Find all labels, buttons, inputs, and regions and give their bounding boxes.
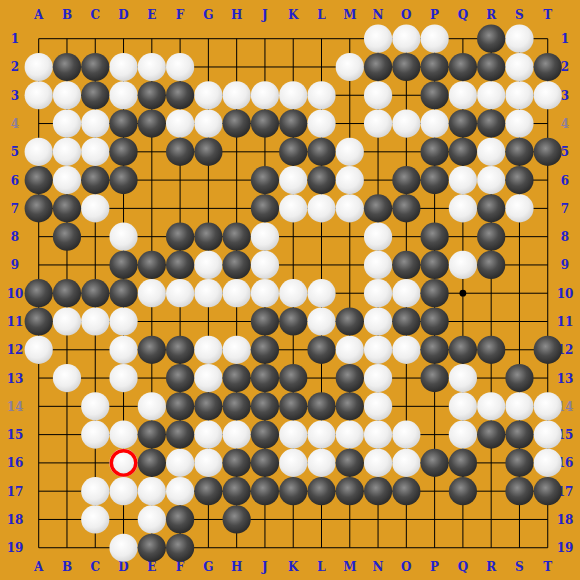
black-stone-q16 [449, 449, 477, 477]
white-stone-e14 [138, 392, 166, 420]
black-stone-s5 [505, 138, 533, 166]
row-label-right-18: 18 [557, 513, 574, 527]
black-stone-j17 [251, 477, 279, 505]
white-stone-d11 [109, 307, 137, 335]
black-stone-j13 [251, 364, 279, 392]
black-stone-a11 [25, 307, 53, 335]
white-stone-g9 [194, 251, 222, 279]
white-stone-d13 [109, 364, 137, 392]
white-stone-c7 [81, 194, 109, 222]
black-stone-l17 [307, 477, 335, 505]
black-stone-g14 [194, 392, 222, 420]
column-label-top-m: M [343, 8, 356, 22]
white-stone-l3 [307, 81, 335, 109]
black-stone-g17 [194, 477, 222, 505]
white-stone-f16 [166, 449, 194, 477]
black-stone-t12 [534, 336, 562, 364]
black-stone-g8 [194, 223, 222, 251]
black-stone-h18 [223, 505, 251, 533]
white-stone-n13 [364, 364, 392, 392]
white-stone-h3 [223, 81, 251, 109]
black-stone-g5 [194, 138, 222, 166]
black-stone-l5 [307, 138, 335, 166]
white-stone-o4 [392, 109, 420, 137]
white-stone-t16 [534, 449, 562, 477]
black-stone-m13 [336, 364, 364, 392]
white-stone-f4 [166, 109, 194, 137]
white-stone-n10 [364, 279, 392, 307]
go-game-screenshot: AABBCCDDEEFFGGHHJJKKLLMMNNOOPPQQRRSSTT11… [0, 0, 580, 580]
black-stone-r12 [477, 336, 505, 364]
white-stone-c18 [81, 505, 109, 533]
white-stone-k16 [279, 449, 307, 477]
black-stone-s17 [505, 477, 533, 505]
black-stone-k4 [279, 109, 307, 137]
black-stone-c6 [81, 166, 109, 194]
white-stone-j9 [251, 251, 279, 279]
row-label-right-9: 9 [561, 258, 569, 272]
black-stone-l12 [307, 336, 335, 364]
white-stone-j8 [251, 223, 279, 251]
black-stone-p10 [421, 279, 449, 307]
white-stone-e2 [138, 53, 166, 81]
row-label-right-6: 6 [561, 174, 569, 188]
white-stone-g12 [194, 336, 222, 364]
white-stone-q14 [449, 392, 477, 420]
column-label-top-h: H [231, 8, 242, 22]
black-stone-e9 [138, 251, 166, 279]
white-stone-c4 [81, 109, 109, 137]
black-stone-q4 [449, 109, 477, 137]
column-label-bottom-k: K [288, 560, 299, 574]
black-stone-r4 [477, 109, 505, 137]
white-stone-a12 [25, 336, 53, 364]
row-label-right-2: 2 [561, 60, 569, 74]
black-stone-m14 [336, 392, 364, 420]
white-stone-k15 [279, 421, 307, 449]
black-stone-p5 [421, 138, 449, 166]
white-stone-o1 [392, 25, 420, 53]
white-stone-n15 [364, 421, 392, 449]
white-stone-k3 [279, 81, 307, 109]
black-stone-b8 [53, 223, 81, 251]
column-label-bottom-h: H [231, 560, 242, 574]
white-stone-b4 [53, 109, 81, 137]
white-stone-c14 [81, 392, 109, 420]
white-stone-d19 [109, 534, 137, 562]
white-stone-b5 [53, 138, 81, 166]
white-stone-m6 [336, 166, 364, 194]
column-label-top-n: N [373, 8, 384, 22]
column-label-top-f: F [176, 8, 185, 22]
black-stone-c2 [81, 53, 109, 81]
black-stone-j15 [251, 421, 279, 449]
black-stone-r15 [477, 421, 505, 449]
white-stone-g13 [194, 364, 222, 392]
white-stone-l11 [307, 307, 335, 335]
white-stone-h15 [223, 421, 251, 449]
black-stone-a7 [25, 194, 53, 222]
white-stone-r14 [477, 392, 505, 420]
white-stone-d16 [109, 449, 137, 477]
column-label-top-c: C [90, 8, 100, 22]
black-stone-e3 [138, 81, 166, 109]
black-stone-m16 [336, 449, 364, 477]
white-stone-d2 [109, 53, 137, 81]
row-label-left-1: 1 [11, 32, 19, 46]
black-stone-q5 [449, 138, 477, 166]
black-stone-n2 [364, 53, 392, 81]
white-stone-n3 [364, 81, 392, 109]
column-label-top-b: B [62, 8, 72, 22]
column-label-top-o: O [401, 8, 411, 22]
white-stone-k6 [279, 166, 307, 194]
black-stone-d4 [109, 109, 137, 137]
column-label-top-g: G [203, 8, 213, 22]
white-stone-n12 [364, 336, 392, 364]
white-stone-n9 [364, 251, 392, 279]
column-label-top-t: T [543, 8, 552, 22]
row-label-left-4: 4 [11, 117, 19, 131]
white-stone-f2 [166, 53, 194, 81]
white-stone-o16 [392, 449, 420, 477]
column-label-bottom-q: Q [458, 560, 468, 574]
column-label-bottom-r: R [486, 560, 497, 574]
black-stone-e4 [138, 109, 166, 137]
black-stone-r2 [477, 53, 505, 81]
row-label-right-19: 19 [557, 541, 574, 555]
black-stone-p2 [421, 53, 449, 81]
black-stone-t17 [534, 477, 562, 505]
column-label-bottom-g: G [203, 560, 213, 574]
row-label-right-5: 5 [561, 145, 569, 159]
white-stone-h12 [223, 336, 251, 364]
white-stone-t14 [534, 392, 562, 420]
row-label-left-19: 19 [7, 541, 24, 555]
black-stone-p16 [421, 449, 449, 477]
white-stone-c11 [81, 307, 109, 335]
row-label-right-13: 13 [557, 372, 574, 386]
white-stone-n16 [364, 449, 392, 477]
white-stone-q6 [449, 166, 477, 194]
black-stone-j6 [251, 166, 279, 194]
column-label-top-r: R [486, 8, 497, 22]
white-stone-g10 [194, 279, 222, 307]
black-stone-r9 [477, 251, 505, 279]
white-stone-h10 [223, 279, 251, 307]
white-stone-q15 [449, 421, 477, 449]
white-stone-q9 [449, 251, 477, 279]
white-stone-b3 [53, 81, 81, 109]
black-stone-p3 [421, 81, 449, 109]
black-stone-h4 [223, 109, 251, 137]
black-stone-o9 [392, 251, 420, 279]
black-stone-f9 [166, 251, 194, 279]
black-stone-k17 [279, 477, 307, 505]
black-stone-k13 [279, 364, 307, 392]
black-stone-s15 [505, 421, 533, 449]
black-stone-o6 [392, 166, 420, 194]
white-stone-s7 [505, 194, 533, 222]
black-stone-h9 [223, 251, 251, 279]
column-label-top-j: J [261, 8, 268, 22]
column-label-bottom-o: O [401, 560, 411, 574]
black-stone-f19 [166, 534, 194, 562]
white-stone-p1 [421, 25, 449, 53]
column-label-top-q: Q [458, 8, 468, 22]
white-stone-t3 [534, 81, 562, 109]
column-label-top-a: A [33, 8, 44, 22]
black-stone-c10 [81, 279, 109, 307]
black-stone-t2 [534, 53, 562, 81]
white-stone-l15 [307, 421, 335, 449]
black-stone-j7 [251, 194, 279, 222]
row-label-left-6: 6 [11, 174, 19, 188]
black-stone-h14 [223, 392, 251, 420]
white-stone-d8 [109, 223, 137, 251]
black-stone-m11 [336, 307, 364, 335]
black-stone-r7 [477, 194, 505, 222]
black-stone-p6 [421, 166, 449, 194]
column-label-top-l: L [317, 8, 326, 22]
column-label-bottom-l: L [317, 560, 326, 574]
row-label-left-7: 7 [11, 202, 19, 216]
black-stone-c3 [81, 81, 109, 109]
column-label-bottom-j: J [261, 560, 268, 574]
column-label-bottom-t: T [543, 560, 552, 574]
row-label-right-3: 3 [561, 89, 569, 103]
white-stone-q7 [449, 194, 477, 222]
black-stone-k5 [279, 138, 307, 166]
white-stone-n11 [364, 307, 392, 335]
black-stone-t5 [534, 138, 562, 166]
black-stone-a10 [25, 279, 53, 307]
black-stone-e16 [138, 449, 166, 477]
black-stone-p8 [421, 223, 449, 251]
white-stone-a5 [25, 138, 53, 166]
white-stone-g16 [194, 449, 222, 477]
white-stone-g4 [194, 109, 222, 137]
black-stone-e19 [138, 534, 166, 562]
column-label-top-e: E [147, 8, 156, 22]
white-stone-n8 [364, 223, 392, 251]
black-stone-d6 [109, 166, 137, 194]
white-stone-l16 [307, 449, 335, 477]
white-stone-l4 [307, 109, 335, 137]
row-label-left-16: 16 [7, 456, 24, 470]
row-label-left-3: 3 [11, 89, 19, 103]
row-label-right-1: 1 [561, 32, 569, 46]
black-stone-h13 [223, 364, 251, 392]
column-label-top-k: K [288, 8, 299, 22]
white-stone-a3 [25, 81, 53, 109]
column-label-bottom-s: S [515, 560, 524, 574]
white-stone-s2 [505, 53, 533, 81]
white-stone-d3 [109, 81, 137, 109]
white-stone-j10 [251, 279, 279, 307]
white-stone-e18 [138, 505, 166, 533]
black-stone-j11 [251, 307, 279, 335]
black-stone-l6 [307, 166, 335, 194]
white-stone-j3 [251, 81, 279, 109]
white-stone-o15 [392, 421, 420, 449]
black-stone-s16 [505, 449, 533, 477]
white-stone-k7 [279, 194, 307, 222]
column-label-bottom-a: A [33, 560, 44, 574]
white-stone-o12 [392, 336, 420, 364]
row-label-left-2: 2 [11, 60, 19, 74]
black-stone-f18 [166, 505, 194, 533]
white-stone-a2 [25, 53, 53, 81]
white-stone-b11 [53, 307, 81, 335]
black-stone-b10 [53, 279, 81, 307]
black-stone-d5 [109, 138, 137, 166]
white-stone-e10 [138, 279, 166, 307]
black-stone-k14 [279, 392, 307, 420]
row-label-left-17: 17 [7, 485, 24, 499]
black-stone-n17 [364, 477, 392, 505]
black-stone-f12 [166, 336, 194, 364]
black-stone-p11 [421, 307, 449, 335]
white-stone-c15 [81, 421, 109, 449]
black-stone-q2 [449, 53, 477, 81]
black-stone-n7 [364, 194, 392, 222]
black-stone-f14 [166, 392, 194, 420]
black-stone-l14 [307, 392, 335, 420]
black-stone-p12 [421, 336, 449, 364]
black-stone-b2 [53, 53, 81, 81]
white-stone-d15 [109, 421, 137, 449]
row-label-left-11: 11 [7, 315, 24, 329]
row-label-right-10: 10 [557, 287, 574, 301]
black-stone-f8 [166, 223, 194, 251]
white-stone-s4 [505, 109, 533, 137]
white-stone-c17 [81, 477, 109, 505]
white-stone-e17 [138, 477, 166, 505]
white-stone-s1 [505, 25, 533, 53]
black-stone-q17 [449, 477, 477, 505]
black-stone-m17 [336, 477, 364, 505]
white-stone-r6 [477, 166, 505, 194]
white-stone-f10 [166, 279, 194, 307]
black-stone-j12 [251, 336, 279, 364]
white-stone-m5 [336, 138, 364, 166]
black-stone-f5 [166, 138, 194, 166]
white-stone-m15 [336, 421, 364, 449]
row-label-left-15: 15 [7, 428, 24, 442]
black-stone-d10 [109, 279, 137, 307]
white-stone-d12 [109, 336, 137, 364]
black-stone-s13 [505, 364, 533, 392]
white-stone-n1 [364, 25, 392, 53]
white-stone-t15 [534, 421, 562, 449]
row-label-left-18: 18 [7, 513, 24, 527]
white-stone-r5 [477, 138, 505, 166]
black-stone-d9 [109, 251, 137, 279]
white-stone-d17 [109, 477, 137, 505]
column-label-top-p: P [430, 8, 439, 22]
black-stone-j4 [251, 109, 279, 137]
white-stone-b13 [53, 364, 81, 392]
black-stone-h17 [223, 477, 251, 505]
white-stone-c5 [81, 138, 109, 166]
black-stone-o2 [392, 53, 420, 81]
black-stone-r1 [477, 25, 505, 53]
black-stone-a6 [25, 166, 53, 194]
go-board[interactable]: AABBCCDDEEFFGGHHJJKKLLMMNNOOPPQQRRSSTT11… [0, 0, 580, 580]
white-stone-m7 [336, 194, 364, 222]
white-stone-f17 [166, 477, 194, 505]
white-stone-q13 [449, 364, 477, 392]
black-stone-j14 [251, 392, 279, 420]
white-stone-s3 [505, 81, 533, 109]
black-stone-k11 [279, 307, 307, 335]
white-stone-m12 [336, 336, 364, 364]
white-stone-p4 [421, 109, 449, 137]
black-stone-h16 [223, 449, 251, 477]
black-stone-r8 [477, 223, 505, 251]
star-point-q10 [460, 290, 467, 297]
row-label-right-4: 4 [561, 117, 569, 131]
white-stone-l10 [307, 279, 335, 307]
row-label-right-11: 11 [557, 315, 574, 329]
row-label-right-7: 7 [561, 202, 569, 216]
row-label-left-8: 8 [11, 230, 19, 244]
column-label-top-d: D [118, 8, 128, 22]
row-label-left-5: 5 [11, 145, 19, 159]
row-label-right-8: 8 [561, 230, 569, 244]
white-stone-r3 [477, 81, 505, 109]
row-label-left-12: 12 [7, 343, 24, 357]
black-stone-s6 [505, 166, 533, 194]
black-stone-f15 [166, 421, 194, 449]
white-stone-g15 [194, 421, 222, 449]
black-stone-p13 [421, 364, 449, 392]
black-stone-e12 [138, 336, 166, 364]
white-stone-n14 [364, 392, 392, 420]
row-label-left-14: 14 [7, 400, 24, 414]
row-label-left-10: 10 [7, 287, 24, 301]
white-stone-m2 [336, 53, 364, 81]
black-stone-o11 [392, 307, 420, 335]
white-stone-s14 [505, 392, 533, 420]
black-stone-q12 [449, 336, 477, 364]
column-label-bottom-m: M [343, 560, 356, 574]
black-stone-f3 [166, 81, 194, 109]
white-stone-n4 [364, 109, 392, 137]
column-label-bottom-p: P [430, 560, 439, 574]
black-stone-f13 [166, 364, 194, 392]
row-label-left-13: 13 [7, 372, 24, 386]
black-stone-p9 [421, 251, 449, 279]
white-stone-o10 [392, 279, 420, 307]
black-stone-o17 [392, 477, 420, 505]
column-label-bottom-b: B [62, 560, 72, 574]
column-label-bottom-c: C [90, 560, 100, 574]
black-stone-j16 [251, 449, 279, 477]
white-stone-q3 [449, 81, 477, 109]
black-stone-o7 [392, 194, 420, 222]
black-stone-b7 [53, 194, 81, 222]
black-stone-h8 [223, 223, 251, 251]
white-stone-g3 [194, 81, 222, 109]
white-stone-b6 [53, 166, 81, 194]
row-label-left-9: 9 [11, 258, 19, 272]
white-stone-k10 [279, 279, 307, 307]
column-label-top-s: S [515, 8, 524, 22]
black-stone-e15 [138, 421, 166, 449]
white-stone-l7 [307, 194, 335, 222]
